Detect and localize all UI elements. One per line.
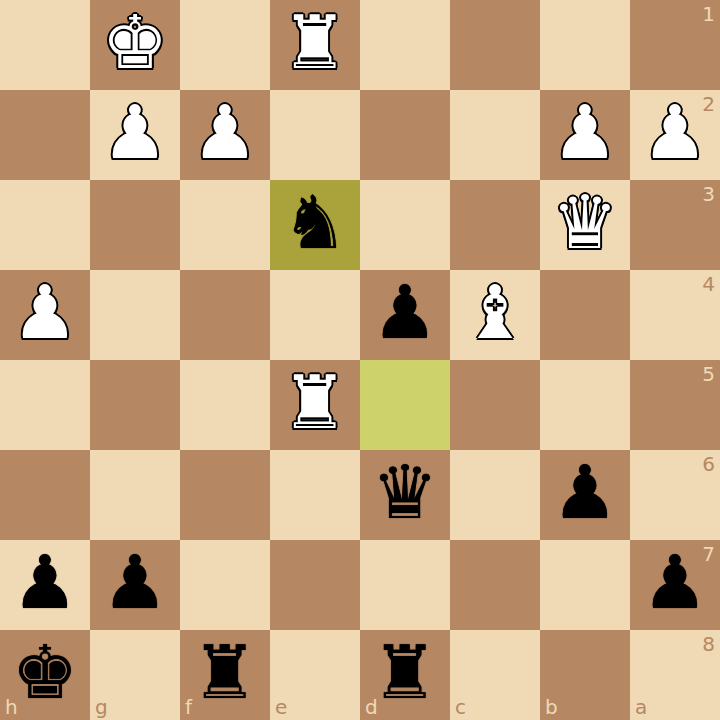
square-f8[interactable]: f♜: [180, 630, 270, 720]
square-d2[interactable]: [360, 90, 450, 180]
square-d7[interactable]: [360, 540, 450, 630]
square-e6[interactable]: [270, 450, 360, 540]
square-g4[interactable]: [90, 270, 180, 360]
piece-white-pawn[interactable]: ♟: [642, 95, 708, 169]
square-c1[interactable]: [450, 0, 540, 90]
square-g5[interactable]: [90, 360, 180, 450]
square-a8[interactable]: 8a: [630, 630, 720, 720]
square-h2[interactable]: [0, 90, 90, 180]
piece-white-pawn[interactable]: ♟: [12, 275, 78, 349]
square-d4[interactable]: ♟: [360, 270, 450, 360]
square-a7[interactable]: 7♟: [630, 540, 720, 630]
square-h6[interactable]: [0, 450, 90, 540]
piece-white-pawn[interactable]: ♟: [102, 95, 168, 169]
square-h8[interactable]: h♚: [0, 630, 90, 720]
square-c4[interactable]: ♝: [450, 270, 540, 360]
square-h7[interactable]: ♟: [0, 540, 90, 630]
square-h1[interactable]: [0, 0, 90, 90]
square-e4[interactable]: [270, 270, 360, 360]
square-g8[interactable]: g: [90, 630, 180, 720]
square-g2[interactable]: ♟: [90, 90, 180, 180]
file-label-c: c: [455, 697, 466, 717]
square-a4[interactable]: 4: [630, 270, 720, 360]
square-f3[interactable]: [180, 180, 270, 270]
square-a5[interactable]: 5: [630, 360, 720, 450]
square-g1[interactable]: ♚: [90, 0, 180, 90]
square-b6[interactable]: ♟: [540, 450, 630, 540]
file-label-e: e: [275, 697, 287, 717]
square-c6[interactable]: [450, 450, 540, 540]
piece-white-rook[interactable]: ♜: [282, 5, 348, 79]
square-d6[interactable]: ♛: [360, 450, 450, 540]
square-b8[interactable]: b: [540, 630, 630, 720]
square-g6[interactable]: [90, 450, 180, 540]
rank-label-8: 8: [702, 634, 715, 654]
file-label-b: b: [545, 697, 558, 717]
square-a2[interactable]: 2♟: [630, 90, 720, 180]
square-e3[interactable]: ♞: [270, 180, 360, 270]
square-h4[interactable]: ♟: [0, 270, 90, 360]
piece-black-queen[interactable]: ♛: [372, 455, 438, 529]
file-label-g: g: [95, 697, 108, 717]
square-b7[interactable]: [540, 540, 630, 630]
rank-label-3: 3: [702, 184, 715, 204]
piece-black-knight[interactable]: ♞: [282, 185, 348, 259]
piece-white-pawn[interactable]: ♟: [192, 95, 258, 169]
piece-black-pawn[interactable]: ♟: [12, 545, 78, 619]
chess-board: ♚♜1♟♟♟2♟♞♛3♟♟♝4♜5♛♟6♟♟7♟h♚gf♜ed♜cb8a: [0, 0, 720, 720]
square-e7[interactable]: [270, 540, 360, 630]
piece-black-pawn[interactable]: ♟: [552, 455, 618, 529]
square-d5[interactable]: [360, 360, 450, 450]
square-b2[interactable]: ♟: [540, 90, 630, 180]
square-f1[interactable]: [180, 0, 270, 90]
square-c3[interactable]: [450, 180, 540, 270]
square-f4[interactable]: [180, 270, 270, 360]
piece-black-rook[interactable]: ♜: [192, 635, 258, 709]
rank-label-6: 6: [702, 454, 715, 474]
piece-white-king[interactable]: ♚: [102, 5, 168, 79]
piece-white-bishop[interactable]: ♝: [462, 275, 528, 349]
square-b1[interactable]: [540, 0, 630, 90]
square-f5[interactable]: [180, 360, 270, 450]
piece-white-queen[interactable]: ♛: [552, 185, 618, 259]
file-label-a: a: [635, 697, 647, 717]
square-b4[interactable]: [540, 270, 630, 360]
square-f2[interactable]: ♟: [180, 90, 270, 180]
piece-black-pawn[interactable]: ♟: [642, 545, 708, 619]
square-h3[interactable]: [0, 180, 90, 270]
square-e2[interactable]: [270, 90, 360, 180]
square-h5[interactable]: [0, 360, 90, 450]
rank-label-4: 4: [702, 274, 715, 294]
square-g7[interactable]: ♟: [90, 540, 180, 630]
rank-label-5: 5: [702, 364, 715, 384]
square-a1[interactable]: 1: [630, 0, 720, 90]
square-c2[interactable]: [450, 90, 540, 180]
square-b3[interactable]: ♛: [540, 180, 630, 270]
square-d3[interactable]: [360, 180, 450, 270]
square-d1[interactable]: [360, 0, 450, 90]
piece-white-rook[interactable]: ♜: [282, 365, 348, 439]
square-c5[interactable]: [450, 360, 540, 450]
square-f6[interactable]: [180, 450, 270, 540]
square-b5[interactable]: [540, 360, 630, 450]
square-f7[interactable]: [180, 540, 270, 630]
piece-black-pawn[interactable]: ♟: [102, 545, 168, 619]
square-e1[interactable]: ♜: [270, 0, 360, 90]
square-a3[interactable]: 3: [630, 180, 720, 270]
square-d8[interactable]: d♜: [360, 630, 450, 720]
square-a6[interactable]: 6: [630, 450, 720, 540]
square-g3[interactable]: [90, 180, 180, 270]
piece-white-pawn[interactable]: ♟: [552, 95, 618, 169]
square-c8[interactable]: c: [450, 630, 540, 720]
rank-label-1: 1: [702, 4, 715, 24]
square-e5[interactable]: ♜: [270, 360, 360, 450]
piece-black-king[interactable]: ♚: [12, 635, 78, 709]
piece-black-rook[interactable]: ♜: [372, 635, 438, 709]
piece-black-pawn[interactable]: ♟: [372, 275, 438, 349]
square-c7[interactable]: [450, 540, 540, 630]
square-e8[interactable]: e: [270, 630, 360, 720]
